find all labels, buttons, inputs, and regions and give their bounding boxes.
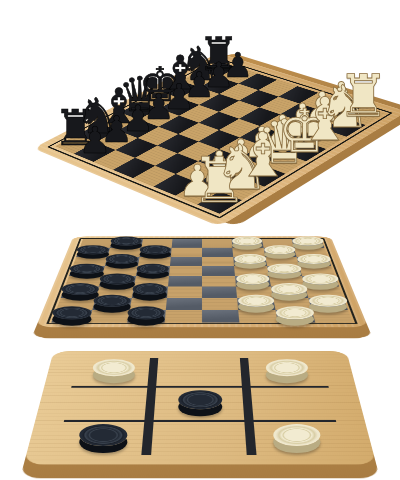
- checkers-square[interactable]: [137, 257, 170, 266]
- checkers-square[interactable]: [93, 298, 132, 310]
- checkers-square[interactable]: [235, 276, 270, 287]
- product-photo-canvas: ♜♞♝♛♚♝♞♜♟♟♟♟♟♟♟♟♟♟♟♟♟♟♟♟♜♞♝♛♚♝♞♜: [0, 0, 400, 480]
- checkers-square[interactable]: [65, 276, 102, 287]
- checkers-square[interactable]: [202, 287, 237, 298]
- checkers-square[interactable]: [105, 257, 139, 266]
- checkers-square[interactable]: [238, 310, 277, 323]
- checkers-square[interactable]: [273, 298, 312, 310]
- checkers-square[interactable]: [263, 248, 296, 257]
- checkers-square[interactable]: [236, 287, 272, 298]
- checkers-square[interactable]: [202, 248, 233, 257]
- checkers-square[interactable]: [167, 287, 202, 298]
- checkers-square[interactable]: [299, 266, 335, 276]
- checkers-square[interactable]: [99, 276, 135, 287]
- checkers-square[interactable]: [170, 257, 202, 266]
- tictactoe-cell[interactable]: [244, 386, 339, 420]
- checkers-square[interactable]: [80, 239, 113, 247]
- checkers-square[interactable]: [233, 257, 266, 266]
- checkers-square[interactable]: [102, 266, 137, 276]
- checkers-square[interactable]: [73, 257, 108, 266]
- checkers-board: [36, 236, 368, 327]
- checkers-square[interactable]: [69, 266, 105, 276]
- tictactoe-cell[interactable]: [151, 420, 249, 458]
- checkers-square[interactable]: [302, 276, 339, 287]
- tictactoe-board: [24, 351, 377, 464]
- checkers-square[interactable]: [168, 276, 202, 287]
- checkers-square[interactable]: [308, 298, 348, 310]
- checkers-square[interactable]: [171, 248, 202, 257]
- checkers-square[interactable]: [89, 310, 129, 323]
- checkers-square[interactable]: [296, 257, 331, 266]
- checkers-square[interactable]: [127, 310, 166, 323]
- checkers-square[interactable]: [61, 287, 100, 298]
- checkers-square[interactable]: [234, 266, 268, 276]
- tictactoe-cell[interactable]: [61, 386, 156, 420]
- checkers-square[interactable]: [202, 310, 240, 323]
- checkers-square[interactable]: [171, 239, 202, 247]
- checkers-square[interactable]: [131, 287, 167, 298]
- checkers-square[interactable]: [237, 298, 275, 310]
- checkers-square[interactable]: [202, 266, 235, 276]
- tictactoe-cell[interactable]: [156, 356, 244, 386]
- checkers-square[interactable]: [169, 266, 202, 276]
- tictactoe-cell[interactable]: [246, 420, 347, 458]
- checkers-square[interactable]: [133, 276, 168, 287]
- checkers-grid: [51, 239, 352, 322]
- tictactoe-cell[interactable]: [242, 356, 332, 386]
- checkers-square[interactable]: [141, 239, 172, 247]
- checkers-square[interactable]: [232, 239, 263, 247]
- checkers-square[interactable]: [202, 298, 238, 310]
- checkers-square[interactable]: [110, 239, 142, 247]
- tictactoe-cell[interactable]: [69, 356, 159, 386]
- checkers-square[interactable]: [51, 310, 92, 323]
- checkers-square[interactable]: [271, 287, 308, 298]
- tictactoe-cell[interactable]: [53, 420, 154, 458]
- checkers-square[interactable]: [265, 257, 299, 266]
- tictactoe-grid: [53, 356, 347, 457]
- checkers-square[interactable]: [202, 276, 236, 287]
- checkers-square[interactable]: [262, 239, 294, 247]
- checkers-square[interactable]: [267, 266, 302, 276]
- checkers-square[interactable]: [136, 266, 170, 276]
- chess-board: [33, 53, 400, 227]
- checkers-square[interactable]: [294, 248, 328, 257]
- checkers-square[interactable]: [108, 248, 141, 257]
- checkers-square[interactable]: [233, 248, 265, 257]
- checkers-square[interactable]: [311, 310, 352, 323]
- checkers-square[interactable]: [56, 298, 96, 310]
- checkers-square[interactable]: [291, 239, 324, 247]
- checkers-square[interactable]: [76, 248, 110, 257]
- checkers-square[interactable]: [96, 287, 133, 298]
- checkers-square[interactable]: [139, 248, 171, 257]
- checkers-square[interactable]: [164, 310, 202, 323]
- checkers-square[interactable]: [166, 298, 202, 310]
- checkers-square[interactable]: [269, 276, 305, 287]
- checkers-square[interactable]: [202, 239, 233, 247]
- tictactoe-cell[interactable]: [154, 386, 247, 420]
- checkers-square[interactable]: [305, 287, 344, 298]
- checkers-square[interactable]: [202, 257, 234, 266]
- checkers-square[interactable]: [129, 298, 167, 310]
- checkers-square[interactable]: [275, 310, 315, 323]
